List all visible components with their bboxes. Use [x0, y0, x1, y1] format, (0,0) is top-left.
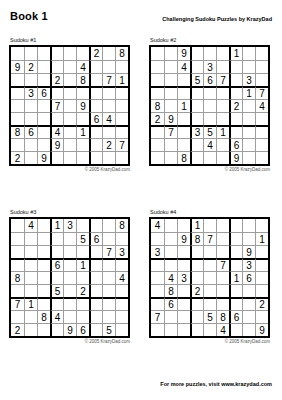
cell-r5c4 [50, 271, 63, 284]
cell-r7c6: 1 [76, 125, 89, 138]
cell-r3c8: 9 [242, 245, 255, 258]
cell-r5c9 [115, 99, 128, 112]
puzzle-4: Sudoku #4 419871397343168262758649 © 200… [149, 209, 270, 345]
cell-r5c7: 2 [229, 99, 242, 112]
cell-r8c4: 4 [50, 310, 63, 323]
cell-r5c6: 9 [76, 99, 89, 112]
cell-r7c4: 4 [50, 125, 63, 138]
cell-r3c9: 1 [115, 73, 128, 86]
cell-r1c3: 9 [177, 47, 190, 60]
cell-r5c5 [63, 271, 76, 284]
cell-r9c2 [164, 151, 177, 164]
cell-r8c2 [164, 138, 177, 151]
cell-r9c8 [242, 151, 255, 164]
cell-r4c9 [115, 86, 128, 99]
cell-r5c2 [24, 271, 37, 284]
cell-r1c1 [11, 219, 24, 232]
cell-r3c2 [24, 73, 37, 86]
puzzle-1-label: Sudoku #1 [10, 37, 130, 44]
cell-r3c7 [89, 73, 102, 86]
cell-r5c3: 3 [177, 271, 190, 284]
cell-r1c8 [102, 47, 115, 60]
cell-r9c1: 2 [11, 151, 24, 164]
cell-r9c8: 5 [102, 323, 115, 336]
cell-r2c1 [11, 232, 24, 245]
cell-r8c5: 5 [203, 310, 216, 323]
cell-r8c1 [11, 138, 24, 151]
cell-r1c4 [50, 47, 63, 60]
cell-r3c5 [63, 245, 76, 258]
cell-r6c7: 6 [89, 112, 102, 125]
cell-r1c2 [164, 47, 177, 60]
cell-r9c5 [203, 323, 216, 336]
cell-r7c5: 5 [203, 125, 216, 138]
cell-r6c7 [229, 284, 242, 297]
cell-r1c5: 3 [63, 219, 76, 232]
cell-r4c1 [11, 258, 24, 271]
cell-r1c6 [76, 47, 89, 60]
page-title: Book 1 [10, 10, 48, 22]
cell-r4c1 [151, 86, 164, 99]
cell-r8c8 [102, 310, 115, 323]
cell-r5c2 [24, 99, 37, 112]
cell-r5c2: 4 [164, 271, 177, 284]
cell-r5c5 [203, 271, 216, 284]
cell-r6c1: 2 [151, 112, 164, 125]
cell-r1c7 [89, 219, 102, 232]
puzzle-4-label: Sudoku #4 [150, 209, 270, 216]
cell-r2c7: 6 [89, 232, 102, 245]
cell-r7c3 [37, 297, 50, 310]
cell-r2c3: 4 [177, 60, 190, 73]
cell-r9c2 [164, 323, 177, 336]
cell-r7c9 [115, 125, 128, 138]
puzzle-2: Sudoku #2 914356731781242973514689 © 200… [149, 37, 270, 173]
cell-r5c9 [255, 271, 268, 284]
cell-r8c3 [37, 138, 50, 151]
cell-r8c5 [63, 138, 76, 151]
cell-r3c8: 7 [102, 245, 115, 258]
header-subtitle: Challenging Sudoku Puzzles by KrazyDad [162, 16, 272, 22]
cell-r1c3 [177, 219, 190, 232]
cell-r5c3 [37, 271, 50, 284]
cell-r1c6 [76, 219, 89, 232]
cell-r3c3 [177, 73, 190, 86]
cell-r6c2: 8 [164, 284, 177, 297]
cell-r9c4 [50, 151, 63, 164]
cell-r7c6 [76, 297, 89, 310]
cell-r4c3 [177, 86, 190, 99]
cell-r3c6 [76, 245, 89, 258]
cell-r7c3 [177, 125, 190, 138]
cell-r4c2: 3 [24, 86, 37, 99]
cell-r7c7 [229, 125, 242, 138]
cell-r2c7 [229, 232, 242, 245]
cell-r1c6 [216, 219, 229, 232]
cell-r2c6 [216, 232, 229, 245]
cell-r9c5 [63, 151, 76, 164]
cell-r6c4 [190, 112, 203, 125]
cell-r9c6: 6 [76, 323, 89, 336]
cell-r2c4: 8 [190, 232, 203, 245]
cell-r7c4 [190, 297, 203, 310]
cell-r5c4: 7 [50, 99, 63, 112]
cell-r2c9 [115, 232, 128, 245]
cell-r6c7 [89, 284, 102, 297]
cell-r4c8: 3 [242, 258, 255, 271]
cell-r4c5 [203, 86, 216, 99]
cell-r2c9: 1 [255, 232, 268, 245]
cell-r1c9: 8 [115, 219, 128, 232]
cell-r7c1: 7 [11, 297, 24, 310]
cell-r6c5 [203, 112, 216, 125]
cell-r7c6: 1 [216, 125, 229, 138]
cell-r2c4 [50, 232, 63, 245]
cell-r9c2 [24, 151, 37, 164]
cell-r6c9 [255, 284, 268, 297]
cell-r7c3 [177, 297, 190, 310]
cell-r2c9 [255, 60, 268, 73]
cell-r7c5 [63, 125, 76, 138]
cell-r1c3 [37, 219, 50, 232]
cell-r1c8 [102, 219, 115, 232]
cell-r5c7 [89, 271, 102, 284]
cell-r4c4 [190, 86, 203, 99]
cell-r9c9 [255, 151, 268, 164]
cell-r6c3 [37, 112, 50, 125]
cell-r9c4 [190, 323, 203, 336]
cell-r9c9: 9 [255, 323, 268, 336]
cell-r4c5 [203, 258, 216, 271]
cell-r8c9: 7 [115, 138, 128, 151]
cell-r1c3 [37, 47, 50, 60]
cell-r2c6: 5 [76, 232, 89, 245]
sudoku-grid-4: 419871397343168262758649 [149, 217, 270, 338]
puzzle-2-copyright: © 2005 KrazyDad.com [149, 167, 270, 173]
cell-r2c2: 2 [24, 60, 37, 73]
cell-r9c5 [203, 151, 216, 164]
cell-r7c1 [151, 297, 164, 310]
cell-r3c2 [164, 73, 177, 86]
cell-r4c3 [177, 258, 190, 271]
cell-r8c8 [242, 138, 255, 151]
cell-r1c4 [190, 47, 203, 60]
cell-r1c7 [229, 219, 242, 232]
puzzle-3-label: Sudoku #3 [10, 209, 130, 216]
cell-r6c8 [242, 284, 255, 297]
cell-r4c9 [115, 258, 128, 271]
cell-r9c3 [37, 323, 50, 336]
cell-r7c4 [50, 297, 63, 310]
cell-r4c3 [37, 258, 50, 271]
cell-r3c5 [203, 245, 216, 258]
cell-r9c3: 9 [37, 151, 50, 164]
cell-r1c8 [242, 219, 255, 232]
cell-r2c3: 9 [177, 232, 190, 245]
cell-r1c7: 2 [89, 47, 102, 60]
cell-r9c3 [177, 323, 190, 336]
cell-r2c8 [242, 232, 255, 245]
cell-r2c2 [164, 232, 177, 245]
puzzle-4-copyright: © 2005 KrazyDad.com [149, 339, 270, 345]
cell-r9c1 [151, 323, 164, 336]
cell-r6c8 [242, 112, 255, 125]
cell-r8c2 [24, 138, 37, 151]
cell-r8c2 [24, 310, 37, 323]
cell-r8c6: 8 [216, 310, 229, 323]
cell-r6c8: 4 [102, 112, 115, 125]
cell-r2c6: 4 [76, 60, 89, 73]
cell-r6c3 [37, 284, 50, 297]
cell-r7c9 [255, 125, 268, 138]
cell-r8c8 [242, 310, 255, 323]
cell-r7c1 [151, 125, 164, 138]
cell-r8c6 [76, 310, 89, 323]
cell-r5c8 [242, 99, 255, 112]
cell-r6c2 [24, 284, 37, 297]
cell-r9c2 [24, 323, 37, 336]
cell-r5c7 [89, 99, 102, 112]
cell-r6c7 [229, 112, 242, 125]
cell-r2c8 [242, 60, 255, 73]
cell-r8c1 [11, 310, 24, 323]
cell-r2c1: 9 [11, 60, 24, 73]
cell-r9c9 [115, 323, 128, 336]
cell-r2c5: 3 [203, 60, 216, 73]
cell-r7c2: 7 [164, 125, 177, 138]
cell-r3c2 [24, 245, 37, 258]
cell-r4c5 [63, 86, 76, 99]
cell-r5c3: 1 [177, 99, 190, 112]
cell-r1c5 [63, 47, 76, 60]
cell-r8c9 [255, 310, 268, 323]
cell-r8c4 [190, 138, 203, 151]
cell-r2c5 [63, 60, 76, 73]
cell-r9c7 [89, 323, 102, 336]
cell-r3c9 [255, 245, 268, 258]
sudoku-grid-3: 4138567361845271842965 [9, 217, 130, 338]
cell-r7c2: 6 [24, 125, 37, 138]
cell-r8c7: 6 [229, 310, 242, 323]
sudoku-grid-2: 914356731781242973514689 [149, 45, 270, 166]
cell-r1c1 [151, 47, 164, 60]
cell-r4c9: 7 [255, 86, 268, 99]
cell-r2c5: 7 [203, 232, 216, 245]
cell-r2c4 [190, 60, 203, 73]
cell-r5c4 [190, 99, 203, 112]
cell-r9c5: 9 [63, 323, 76, 336]
cell-r9c6 [216, 151, 229, 164]
cell-r3c6: 8 [76, 73, 89, 86]
cell-r1c5 [203, 219, 216, 232]
cell-r7c2: 6 [164, 297, 177, 310]
cell-r6c4 [50, 112, 63, 125]
cell-r1c2 [24, 47, 37, 60]
cell-r9c7 [229, 323, 242, 336]
cell-r1c9 [255, 47, 268, 60]
cell-r8c3: 8 [37, 310, 50, 323]
puzzle-1: Sudoku #1 289242871367964864192729 © 200… [9, 37, 130, 173]
cell-r1c9 [255, 219, 268, 232]
cell-r6c3 [177, 284, 190, 297]
cell-r5c6 [216, 271, 229, 284]
cell-r6c2 [24, 112, 37, 125]
cell-r3c6 [216, 245, 229, 258]
cell-r1c2 [164, 219, 177, 232]
cell-r8c6 [216, 138, 229, 151]
cell-r5c7: 1 [229, 271, 242, 284]
cell-r2c5 [63, 232, 76, 245]
cell-r4c2 [164, 86, 177, 99]
cell-r3c3 [37, 245, 50, 258]
cell-r8c4: 9 [50, 138, 63, 151]
cell-r6c6: 2 [76, 284, 89, 297]
cell-r4c8 [102, 86, 115, 99]
cell-r9c1: 2 [11, 323, 24, 336]
puzzle-1-copyright: © 2005 KrazyDad.com [9, 167, 130, 173]
cell-r7c3 [37, 125, 50, 138]
cell-r4c7 [89, 258, 102, 271]
cell-r3c7 [229, 73, 242, 86]
cell-r5c6 [216, 99, 229, 112]
cell-r2c9 [115, 60, 128, 73]
cell-r8c3 [177, 310, 190, 323]
cell-r9c8 [102, 151, 115, 164]
cell-r7c9 [115, 297, 128, 310]
cell-r8c5 [63, 310, 76, 323]
cell-r6c4: 2 [190, 284, 203, 297]
cell-r3c4 [50, 245, 63, 258]
cell-r4c6 [76, 86, 89, 99]
cell-r7c8 [102, 297, 115, 310]
cell-r5c1: 8 [151, 99, 164, 112]
cell-r3c5 [63, 73, 76, 86]
cell-r5c9: 4 [255, 99, 268, 112]
cell-r9c6 [76, 151, 89, 164]
cell-r6c1 [11, 284, 24, 297]
cell-r8c4 [190, 310, 203, 323]
cell-r5c5 [63, 99, 76, 112]
cell-r4c8 [102, 258, 115, 271]
cell-r5c8 [102, 271, 115, 284]
cell-r6c5 [203, 284, 216, 297]
cell-r9c7 [89, 151, 102, 164]
cell-r2c7 [89, 60, 102, 73]
cell-r5c3 [37, 99, 50, 112]
cell-r3c8: 3 [242, 73, 255, 86]
cell-r3c7 [89, 245, 102, 258]
cell-r4c1 [11, 86, 24, 99]
puzzle-3: Sudoku #3 4138567361845271842965 © 2005 … [9, 209, 130, 345]
cell-r4c1 [151, 258, 164, 271]
cell-r9c7: 9 [229, 151, 242, 164]
cell-r3c9: 3 [115, 245, 128, 258]
cell-r3c7 [229, 245, 242, 258]
cell-r3c1: 3 [151, 245, 164, 258]
cell-r6c9 [115, 284, 128, 297]
cell-r6c9 [255, 112, 268, 125]
cell-r5c1: 8 [11, 271, 24, 284]
cell-r7c7 [229, 297, 242, 310]
puzzle-3-copyright: © 2005 KrazyDad.com [9, 339, 130, 345]
cell-r4c6 [216, 86, 229, 99]
cell-r3c1 [11, 245, 24, 258]
cell-r3c1 [151, 73, 164, 86]
cell-r7c4: 3 [190, 125, 203, 138]
cell-r5c5 [203, 99, 216, 112]
cell-r8c8: 2 [102, 138, 115, 151]
cell-r9c4 [50, 323, 63, 336]
cell-r7c5 [63, 297, 76, 310]
cell-r9c3: 8 [177, 151, 190, 164]
cell-r3c1 [11, 73, 24, 86]
cell-r4c4: 6 [50, 258, 63, 271]
cell-r4c3: 6 [37, 86, 50, 99]
cell-r6c6 [216, 112, 229, 125]
cell-r3c2 [164, 245, 177, 258]
cell-r8c6 [76, 138, 89, 151]
cell-r8c9 [115, 310, 128, 323]
cell-r3c5: 6 [203, 73, 216, 86]
cell-r3c3 [177, 245, 190, 258]
cell-r4c6: 7 [216, 258, 229, 271]
cell-r7c8 [102, 125, 115, 138]
cell-r7c9: 2 [255, 297, 268, 310]
cell-r2c8 [102, 232, 115, 245]
cell-r6c3 [177, 112, 190, 125]
cell-r3c9 [255, 73, 268, 86]
cell-r3c4: 2 [50, 73, 63, 86]
cell-r9c4 [190, 151, 203, 164]
cell-r7c8 [242, 297, 255, 310]
cell-r1c5 [203, 47, 216, 60]
cell-r1c1: 4 [151, 219, 164, 232]
cell-r4c6: 1 [76, 258, 89, 271]
cell-r2c6 [216, 60, 229, 73]
cell-r7c1: 8 [11, 125, 24, 138]
cell-r4c8: 1 [242, 86, 255, 99]
cell-r6c5 [63, 112, 76, 125]
cell-r1c9: 8 [115, 47, 128, 60]
cell-r3c6: 7 [216, 73, 229, 86]
cell-r2c7 [229, 60, 242, 73]
cell-r4c7 [89, 86, 102, 99]
cell-r1c4: 1 [190, 219, 203, 232]
cell-r1c7: 1 [229, 47, 242, 60]
cell-r8c1 [151, 138, 164, 151]
cell-r2c1 [151, 232, 164, 245]
cell-r9c8 [242, 323, 255, 336]
cell-r6c1 [11, 112, 24, 125]
cell-r4c7 [229, 86, 242, 99]
cell-r5c4 [190, 271, 203, 284]
cell-r6c1 [151, 284, 164, 297]
cell-r2c8 [102, 60, 115, 73]
cell-r7c8 [242, 125, 255, 138]
cell-r9c6: 4 [216, 323, 229, 336]
cell-r5c6 [76, 271, 89, 284]
cell-r1c1 [11, 47, 24, 60]
cell-r1c8 [242, 47, 255, 60]
cell-r6c4: 5 [50, 284, 63, 297]
cell-r3c8: 7 [102, 73, 115, 86]
cell-r4c4 [190, 258, 203, 271]
cell-r7c7 [89, 125, 102, 138]
cell-r5c1 [11, 99, 24, 112]
cell-r4c7 [229, 258, 242, 271]
cell-r4c5 [63, 258, 76, 271]
puzzle-2-label: Sudoku #2 [150, 37, 270, 44]
